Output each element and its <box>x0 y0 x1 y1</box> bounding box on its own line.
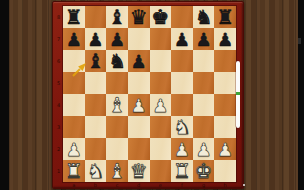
eval-bar-tick <box>236 92 240 95</box>
square-d2[interactable] <box>128 138 150 160</box>
file-label-c: c <box>106 182 128 188</box>
square-c8[interactable]: ♝ <box>106 6 128 28</box>
rank-label-5: 5 <box>55 72 62 94</box>
square-d4[interactable]: ♟ <box>128 94 150 116</box>
square-b1[interactable]: ♞ <box>85 160 107 182</box>
file-label-b: b <box>85 182 107 188</box>
square-f1[interactable]: ♜ <box>171 160 193 182</box>
file-label-f: f <box>171 182 193 188</box>
square-c7[interactable]: ♟ <box>106 28 128 50</box>
square-a2[interactable]: ♟ <box>63 138 85 160</box>
square-g6[interactable] <box>193 50 215 72</box>
square-g5[interactable] <box>193 72 215 94</box>
black-queen-d8[interactable]: ♛ <box>130 7 148 28</box>
square-b4[interactable] <box>85 94 107 116</box>
white-king-g1[interactable]: ♚ <box>195 161 213 182</box>
square-a4[interactable] <box>63 94 85 116</box>
square-f2[interactable]: ♟ <box>171 138 193 160</box>
square-g2[interactable]: ♟ <box>193 138 215 160</box>
square-h8[interactable]: ♜ <box>214 6 236 28</box>
square-h6[interactable] <box>214 50 236 72</box>
eval-bar[interactable] <box>236 61 240 128</box>
square-b7[interactable]: ♟ <box>85 28 107 50</box>
white-pawn-h2[interactable]: ♟ <box>217 139 233 160</box>
black-pawn-g7[interactable]: ♟ <box>195 29 211 50</box>
white-pawn-a2[interactable]: ♟ <box>66 139 82 160</box>
white-bishop-c1[interactable]: ♝ <box>108 161 126 182</box>
square-c2[interactable] <box>106 138 128 160</box>
white-rook-a1[interactable]: ♜ <box>65 161 83 182</box>
chess-board[interactable]: ♜♝♛♚♞♜♟♟♟♟♟♟♝♞♟♝♟♟♞♟♟♟♟♜♞♝♛♜♚ <box>63 6 236 182</box>
black-pawn-c7[interactable]: ♟ <box>109 29 125 50</box>
black-pawn-d6[interactable]: ♟ <box>131 51 147 72</box>
square-d8[interactable]: ♛ <box>128 6 150 28</box>
square-e6[interactable] <box>150 50 172 72</box>
square-d7[interactable] <box>128 28 150 50</box>
white-pawn-f2[interactable]: ♟ <box>174 139 190 160</box>
black-pawn-f7[interactable]: ♟ <box>174 29 190 50</box>
square-b2[interactable] <box>85 138 107 160</box>
rank-label-1: 1 <box>55 160 62 182</box>
white-pawn-d4[interactable]: ♟ <box>131 95 147 116</box>
square-e4[interactable]: ♟ <box>150 94 172 116</box>
square-a5[interactable] <box>63 72 85 94</box>
square-b5[interactable] <box>85 72 107 94</box>
square-b6[interactable]: ♝ <box>85 50 107 72</box>
black-rook-a8[interactable]: ♜ <box>65 7 83 28</box>
white-queen-d1[interactable]: ♛ <box>130 161 148 182</box>
square-e5[interactable] <box>150 72 172 94</box>
rank-labels: 87654321 <box>55 6 62 182</box>
square-a7[interactable]: ♟ <box>63 28 85 50</box>
black-pawn-b7[interactable]: ♟ <box>87 29 103 50</box>
rank-label-4: 4 <box>55 94 62 116</box>
black-knight-g8[interactable]: ♞ <box>195 7 213 28</box>
square-e7[interactable] <box>150 28 172 50</box>
square-a1[interactable]: ♜ <box>63 160 85 182</box>
square-h3[interactable] <box>214 116 236 138</box>
file-label-a: a <box>63 182 85 188</box>
square-e3[interactable] <box>150 116 172 138</box>
square-b8[interactable] <box>85 6 107 28</box>
rank-label-8: 8 <box>55 6 62 28</box>
square-f6[interactable] <box>171 50 193 72</box>
white-pawn-g2[interactable]: ♟ <box>195 139 211 160</box>
rank-label-6: 6 <box>55 50 62 72</box>
square-h5[interactable] <box>214 72 236 94</box>
square-g1[interactable]: ♚ <box>193 160 215 182</box>
square-g4[interactable] <box>193 94 215 116</box>
square-g7[interactable]: ♟ <box>193 28 215 50</box>
square-h1[interactable] <box>214 160 236 182</box>
rank-label-7: 7 <box>55 28 62 50</box>
square-g3[interactable] <box>193 116 215 138</box>
square-c4[interactable]: ♝ <box>106 94 128 116</box>
white-rook-f1[interactable]: ♜ <box>173 161 191 182</box>
square-f5[interactable] <box>171 72 193 94</box>
square-c3[interactable] <box>106 116 128 138</box>
square-c5[interactable] <box>106 72 128 94</box>
square-e1[interactable] <box>150 160 172 182</box>
file-label-g: g <box>193 182 215 188</box>
white-pawn-e4[interactable]: ♟ <box>152 95 168 116</box>
video-frame: 87654321 ♜♝♛♚♞♜♟♟♟♟♟♟♝♞♟♝♟♟♞♟♟♟♟♜♞♝♛♜♚ a… <box>0 0 304 190</box>
square-d3[interactable] <box>128 116 150 138</box>
white-bishop-c4[interactable]: ♝ <box>108 95 126 116</box>
square-c1[interactable]: ♝ <box>106 160 128 182</box>
square-d5[interactable] <box>128 72 150 94</box>
file-labels: abcdefgh <box>63 182 236 188</box>
rank-label-2: 2 <box>55 138 62 160</box>
square-h2[interactable]: ♟ <box>214 138 236 160</box>
square-a8[interactable]: ♜ <box>63 6 85 28</box>
file-label-d: d <box>128 182 150 188</box>
black-pawn-h7[interactable]: ♟ <box>217 29 233 50</box>
square-g8[interactable]: ♞ <box>193 6 215 28</box>
square-a3[interactable] <box>63 116 85 138</box>
square-h4[interactable] <box>214 94 236 116</box>
file-label-e: e <box>150 182 172 188</box>
board-frame: 87654321 ♜♝♛♚♞♜♟♟♟♟♟♟♝♞♟♝♟♟♞♟♟♟♟♜♞♝♛♜♚ a… <box>52 1 244 189</box>
square-f7[interactable]: ♟ <box>171 28 193 50</box>
corner-dot <box>243 184 246 187</box>
white-knight-b1[interactable]: ♞ <box>86 161 104 182</box>
square-a6[interactable] <box>63 50 85 72</box>
file-label-h: h <box>214 182 236 188</box>
square-f3[interactable]: ♞ <box>171 116 193 138</box>
square-e2[interactable] <box>150 138 172 160</box>
square-f8[interactable] <box>171 6 193 28</box>
black-knight-c6[interactable]: ♞ <box>108 51 126 72</box>
square-d6[interactable]: ♟ <box>128 50 150 72</box>
square-f4[interactable] <box>171 94 193 116</box>
square-h7[interactable]: ♟ <box>214 28 236 50</box>
edge-mark <box>298 38 301 44</box>
square-b3[interactable] <box>85 116 107 138</box>
black-bishop-b6[interactable]: ♝ <box>86 51 104 72</box>
square-d1[interactable]: ♛ <box>128 160 150 182</box>
black-pawn-a7[interactable]: ♟ <box>66 29 82 50</box>
black-rook-h8[interactable]: ♜ <box>216 7 234 28</box>
rank-label-3: 3 <box>55 116 62 138</box>
black-bishop-c8[interactable]: ♝ <box>108 7 126 28</box>
square-e8[interactable]: ♚ <box>150 6 172 28</box>
black-king-e8[interactable]: ♚ <box>151 7 169 28</box>
square-c6[interactable]: ♞ <box>106 50 128 72</box>
white-knight-f3[interactable]: ♞ <box>173 117 191 138</box>
